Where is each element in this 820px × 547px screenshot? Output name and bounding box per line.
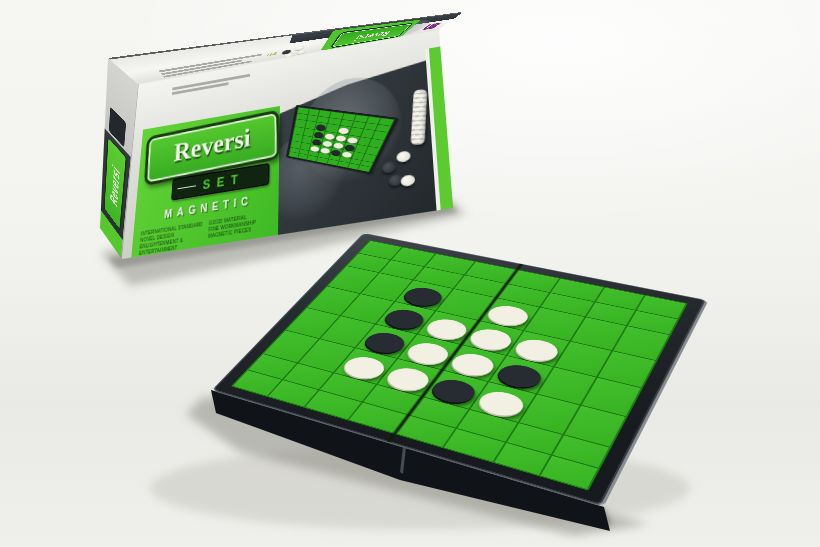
lid-move-label: d4 xyxy=(266,51,278,57)
box-side-title: Reversi xyxy=(108,160,122,209)
front-green-panel: Reversi SET MAGNETIC INTERNATIONAL STAND… xyxy=(131,106,280,258)
box-art-cell xyxy=(289,152,298,158)
box-fine-print-col2: GOOD MATERIAL FINE WORKMANSHIP MAGNETIC … xyxy=(208,211,273,241)
disc-stack-icon xyxy=(411,89,428,145)
product-photo-stage: Reversi Reversi d4 UB® Rever xyxy=(0,0,820,547)
box-art-cell xyxy=(298,154,307,160)
box-art-cell xyxy=(317,157,328,163)
box-art-cell xyxy=(359,165,371,171)
box-art-cell xyxy=(307,155,317,161)
box-side-title-tag: Reversi xyxy=(104,136,127,231)
